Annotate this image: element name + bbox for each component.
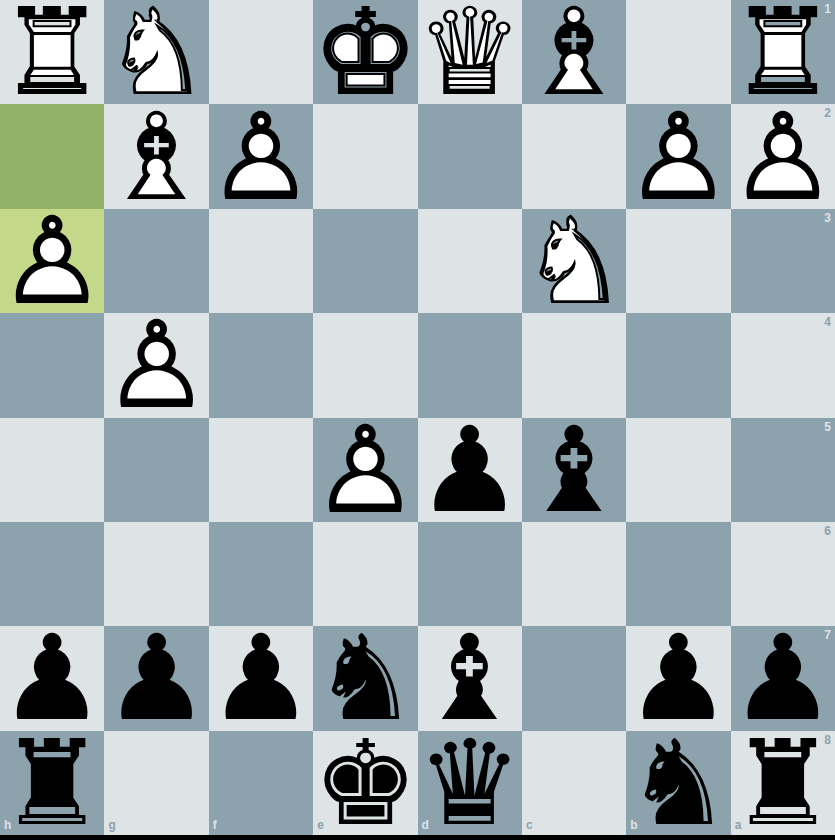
- white-knight-glyph: ♞: [521, 202, 627, 320]
- file-label-c: c: [526, 819, 533, 831]
- white-knight-g1[interactable]: ♞♘: [104, 0, 208, 104]
- white-bishop-c1[interactable]: ♝♗: [522, 0, 626, 104]
- black-queen-d8[interactable]: ♛: [418, 731, 522, 835]
- square-d2[interactable]: [418, 104, 522, 208]
- black-bishop-glyph: ♝: [521, 411, 627, 529]
- rank-label-6: 6: [824, 525, 831, 537]
- square-e8[interactable]: ♚e: [313, 731, 417, 835]
- white-rook-outline: ♖: [0, 0, 105, 111]
- white-bishop-outline: ♗: [521, 0, 627, 111]
- square-g3[interactable]: [104, 209, 208, 313]
- square-h3[interactable]: ♟♙: [0, 209, 104, 313]
- square-b3[interactable]: [626, 209, 730, 313]
- square-c2[interactable]: [522, 104, 626, 208]
- square-a8[interactable]: ♜8a: [731, 731, 835, 835]
- black-rook-glyph: ♜: [0, 724, 105, 840]
- square-e1[interactable]: ♚♔: [313, 0, 417, 104]
- black-bishop-glyph: ♝: [417, 619, 523, 737]
- black-pawn-d5[interactable]: ♟: [418, 418, 522, 522]
- square-e3[interactable]: [313, 209, 417, 313]
- file-label-f: f: [213, 819, 217, 831]
- black-pawn-glyph: ♟: [730, 619, 835, 737]
- white-pawn-h3[interactable]: ♟♙: [0, 209, 104, 313]
- square-a5[interactable]: 5: [731, 418, 835, 522]
- square-d3[interactable]: [418, 209, 522, 313]
- white-pawn-outline: ♙: [730, 98, 835, 216]
- black-pawn-glyph: ♟: [104, 619, 210, 737]
- square-c7[interactable]: [522, 626, 626, 730]
- black-pawn-glyph: ♟: [626, 619, 732, 737]
- square-h6[interactable]: [0, 522, 104, 626]
- square-d4[interactable]: [418, 313, 522, 417]
- square-c6[interactable]: [522, 522, 626, 626]
- white-pawn-outline: ♙: [626, 98, 732, 216]
- white-pawn-glyph: ♟: [0, 202, 105, 320]
- bottom-bar: [0, 835, 835, 840]
- white-pawn-outline: ♙: [208, 98, 314, 216]
- white-pawn-b2[interactable]: ♟♙: [626, 104, 730, 208]
- square-c8[interactable]: c: [522, 731, 626, 835]
- white-king-glyph: ♚: [312, 0, 418, 111]
- white-rook-outline: ♖: [730, 0, 835, 111]
- white-knight-glyph: ♞: [104, 0, 210, 111]
- black-knight-e7[interactable]: ♞: [313, 626, 417, 730]
- square-f1[interactable]: [209, 0, 313, 104]
- square-e2[interactable]: [313, 104, 417, 208]
- square-c4[interactable]: [522, 313, 626, 417]
- square-g4[interactable]: ♟♙: [104, 313, 208, 417]
- chess-board: ♜♖♞♘♚♔♛♕♝♗♜♖1♝♗♟♙♟♙♟♙2♟♙♞♘3♟♙4♟♙♟♝56♟♟♟♞…: [0, 0, 835, 835]
- black-knight-glyph: ♞: [626, 724, 732, 840]
- white-king-e1[interactable]: ♚♔: [313, 0, 417, 104]
- square-h8[interactable]: ♜h: [0, 731, 104, 835]
- square-b6[interactable]: [626, 522, 730, 626]
- rank-label-3: 3: [824, 212, 831, 224]
- square-d6[interactable]: [418, 522, 522, 626]
- black-pawn-glyph: ♟: [417, 411, 523, 529]
- square-d7[interactable]: ♝: [418, 626, 522, 730]
- white-queen-glyph: ♛: [417, 0, 523, 111]
- black-pawn-g7[interactable]: ♟: [104, 626, 208, 730]
- square-h5[interactable]: [0, 418, 104, 522]
- square-b2[interactable]: ♟♙: [626, 104, 730, 208]
- square-b1[interactable]: [626, 0, 730, 104]
- square-f7[interactable]: ♟: [209, 626, 313, 730]
- file-label-g: g: [108, 819, 115, 831]
- white-pawn-g4[interactable]: ♟♙: [104, 313, 208, 417]
- square-e5[interactable]: ♟♙: [313, 418, 417, 522]
- square-d5[interactable]: ♟: [418, 418, 522, 522]
- black-pawn-h7[interactable]: ♟: [0, 626, 104, 730]
- square-c1[interactable]: ♝♗: [522, 0, 626, 104]
- white-pawn-glyph: ♟: [312, 411, 418, 529]
- square-f2[interactable]: ♟♙: [209, 104, 313, 208]
- square-a6[interactable]: 6: [731, 522, 835, 626]
- black-knight-glyph: ♞: [312, 619, 418, 737]
- square-a3[interactable]: 3: [731, 209, 835, 313]
- square-h7[interactable]: ♟: [0, 626, 104, 730]
- square-f5[interactable]: [209, 418, 313, 522]
- black-king-e8[interactable]: ♚: [313, 731, 417, 835]
- square-b8[interactable]: ♞b: [626, 731, 730, 835]
- square-e6[interactable]: [313, 522, 417, 626]
- white-queen-outline: ♕: [417, 0, 523, 111]
- square-e7[interactable]: ♞: [313, 626, 417, 730]
- white-pawn-a2[interactable]: ♟♙: [731, 104, 835, 208]
- rank-label-5: 5: [824, 421, 831, 433]
- square-a2[interactable]: ♟♙2: [731, 104, 835, 208]
- black-bishop-d7[interactable]: ♝: [418, 626, 522, 730]
- square-c5[interactable]: ♝: [522, 418, 626, 522]
- square-g1[interactable]: ♞♘: [104, 0, 208, 104]
- square-h1[interactable]: ♜♖: [0, 0, 104, 104]
- black-bishop-c5[interactable]: ♝: [522, 418, 626, 522]
- square-d8[interactable]: ♛d: [418, 731, 522, 835]
- white-pawn-f2[interactable]: ♟♙: [209, 104, 313, 208]
- white-knight-outline: ♘: [521, 202, 627, 320]
- white-bishop-outline: ♗: [104, 98, 210, 216]
- white-knight-c3[interactable]: ♞♘: [522, 209, 626, 313]
- white-king-outline: ♔: [312, 0, 418, 111]
- white-knight-outline: ♘: [104, 0, 210, 111]
- square-b7[interactable]: ♟: [626, 626, 730, 730]
- square-g6[interactable]: [104, 522, 208, 626]
- white-pawn-outline: ♙: [104, 306, 210, 424]
- square-a7[interactable]: ♟7: [731, 626, 835, 730]
- square-f8[interactable]: f: [209, 731, 313, 835]
- square-g2[interactable]: ♝♗: [104, 104, 208, 208]
- white-pawn-glyph: ♟: [626, 98, 732, 216]
- white-pawn-e5[interactable]: ♟♙: [313, 418, 417, 522]
- black-queen-glyph: ♛: [417, 724, 523, 840]
- white-bishop-g2[interactable]: ♝♗: [104, 104, 208, 208]
- square-g7[interactable]: ♟: [104, 626, 208, 730]
- white-bishop-glyph: ♝: [521, 0, 627, 111]
- square-b5[interactable]: [626, 418, 730, 522]
- white-rook-glyph: ♜: [730, 0, 835, 111]
- black-pawn-glyph: ♟: [0, 619, 105, 737]
- square-f6[interactable]: [209, 522, 313, 626]
- white-pawn-glyph: ♟: [730, 98, 835, 216]
- white-queen-d1[interactable]: ♛♕: [418, 0, 522, 104]
- square-e4[interactable]: [313, 313, 417, 417]
- square-b4[interactable]: [626, 313, 730, 417]
- white-pawn-glyph: ♟: [104, 306, 210, 424]
- white-pawn-glyph: ♟: [208, 98, 314, 216]
- white-pawn-outline: ♙: [0, 202, 105, 320]
- black-pawn-a7[interactable]: ♟: [731, 626, 835, 730]
- black-rook-h8[interactable]: ♜: [0, 731, 104, 835]
- white-rook-glyph: ♜: [0, 0, 105, 111]
- white-bishop-glyph: ♝: [104, 98, 210, 216]
- square-a4[interactable]: 4: [731, 313, 835, 417]
- black-rook-glyph: ♜: [730, 724, 835, 840]
- black-pawn-b7[interactable]: ♟: [626, 626, 730, 730]
- black-knight-b8[interactable]: ♞: [626, 731, 730, 835]
- white-pawn-outline: ♙: [312, 411, 418, 529]
- square-g5[interactable]: [104, 418, 208, 522]
- square-f4[interactable]: [209, 313, 313, 417]
- square-g8[interactable]: g: [104, 731, 208, 835]
- square-a1[interactable]: ♜♖1: [731, 0, 835, 104]
- black-pawn-glyph: ♟: [208, 619, 314, 737]
- black-rook-a8[interactable]: ♜: [731, 731, 835, 835]
- square-f3[interactable]: [209, 209, 313, 313]
- white-rook-a1[interactable]: ♜♖: [731, 0, 835, 104]
- square-h4[interactable]: [0, 313, 104, 417]
- rank-label-4: 4: [824, 316, 831, 328]
- square-c3[interactable]: ♞♘: [522, 209, 626, 313]
- black-pawn-f7[interactable]: ♟: [209, 626, 313, 730]
- square-d1[interactable]: ♛♕: [418, 0, 522, 104]
- black-king-glyph: ♚: [312, 724, 418, 840]
- square-h2[interactable]: [0, 104, 104, 208]
- white-rook-h1[interactable]: ♜♖: [0, 0, 104, 104]
